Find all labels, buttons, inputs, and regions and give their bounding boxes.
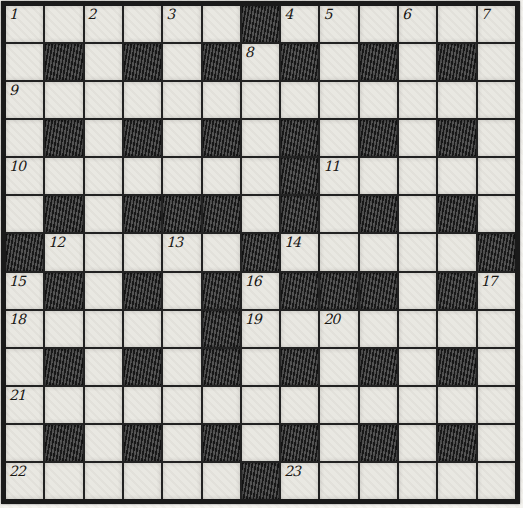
black-cell-r2c8 <box>281 44 318 80</box>
black-cell-r8c6 <box>203 273 240 309</box>
black-cell-r5c8 <box>281 158 318 194</box>
clue-number-17: 17 <box>481 273 497 290</box>
grid-cell-r5c10[interactable] <box>360 158 397 194</box>
grid-cell-r1c12[interactable] <box>438 6 475 42</box>
black-cell-r2c4 <box>124 44 161 80</box>
black-cell-r8c9 <box>320 273 357 309</box>
grid-cell-r5c11[interactable] <box>399 158 436 194</box>
grid-cell-r3c1[interactable]: 9 <box>6 82 43 118</box>
black-cell-r4c6 <box>203 120 240 156</box>
grid-cell-r5c6[interactable] <box>203 158 240 194</box>
black-cell-r4c12 <box>438 120 475 156</box>
grid-cell-r13c6[interactable] <box>203 463 240 499</box>
clue-number-2: 2 <box>88 6 96 23</box>
grid-cell-r2c13[interactable] <box>478 44 515 80</box>
grid-cell-r13c2[interactable] <box>45 463 82 499</box>
grid-cell-r11c7[interactable] <box>242 387 279 423</box>
grid-cell-r5c5[interactable] <box>163 158 200 194</box>
grid-cell-r13c1[interactable]: 22 <box>6 463 43 499</box>
clue-number-6: 6 <box>402 6 410 23</box>
grid-cell-r13c11[interactable] <box>399 463 436 499</box>
clue-number-19: 19 <box>245 311 261 328</box>
grid-cell-r10c5[interactable] <box>163 349 200 385</box>
black-cell-r10c4 <box>124 349 161 385</box>
grid-cell-r11c4[interactable] <box>124 387 161 423</box>
grid-cell-r9c8[interactable] <box>281 311 318 347</box>
grid-cell-r2c11[interactable] <box>399 44 436 80</box>
grid-cell-r3c2[interactable] <box>45 82 82 118</box>
clue-number-23: 23 <box>284 463 300 480</box>
clue-number-3: 3 <box>166 6 174 23</box>
grid-cell-r5c2[interactable] <box>45 158 82 194</box>
black-cell-r7c1 <box>6 234 43 270</box>
black-cell-r8c12 <box>438 273 475 309</box>
grid-cell-r13c9[interactable] <box>320 463 357 499</box>
grid-cell-r3c6[interactable] <box>203 82 240 118</box>
black-cell-r4c10 <box>360 120 397 156</box>
grid-cell-r1c11[interactable]: 6 <box>399 6 436 42</box>
grid-cell-r8c5[interactable] <box>163 273 200 309</box>
clue-number-5: 5 <box>323 6 331 23</box>
grid-cell-r6c7[interactable] <box>242 196 279 232</box>
grid-cell-r9c11[interactable] <box>399 311 436 347</box>
black-cell-r12c2 <box>45 425 82 461</box>
clue-number-20: 20 <box>323 311 339 328</box>
crossword-board: 1234567891011121314151617181920212223 <box>1 1 520 504</box>
grid-cell-r10c9[interactable] <box>320 349 357 385</box>
grid-cell-r9c9[interactable]: 20 <box>320 311 357 347</box>
grid-cell-r12c13[interactable] <box>478 425 515 461</box>
black-cell-r4c8 <box>281 120 318 156</box>
black-cell-r6c4 <box>124 196 161 232</box>
grid-cell-r1c10[interactable] <box>360 6 397 42</box>
black-cell-r12c8 <box>281 425 318 461</box>
grid-cell-r1c6[interactable] <box>203 6 240 42</box>
grid-cell-r3c7[interactable] <box>242 82 279 118</box>
grid-cell-r9c2[interactable] <box>45 311 82 347</box>
grid-cell-r7c11[interactable] <box>399 234 436 270</box>
grid-cell-r11c9[interactable] <box>320 387 357 423</box>
grid-cell-r8c11[interactable] <box>399 273 436 309</box>
black-cell-r9c6 <box>203 311 240 347</box>
clue-number-1: 1 <box>9 6 17 23</box>
black-cell-r12c12 <box>438 425 475 461</box>
grid-cell-r12c9[interactable] <box>320 425 357 461</box>
grid-cell-r4c11[interactable] <box>399 120 436 156</box>
clue-number-21: 21 <box>9 387 25 404</box>
grid-cell-r3c3[interactable] <box>85 82 122 118</box>
grid-cell-r4c13[interactable] <box>478 120 515 156</box>
grid-cell-r1c4[interactable] <box>124 6 161 42</box>
grid-cell-r11c11[interactable] <box>399 387 436 423</box>
grid-cell-r4c3[interactable] <box>85 120 122 156</box>
grid-cell-r1c3[interactable]: 2 <box>85 6 122 42</box>
grid-cell-r11c12[interactable] <box>438 387 475 423</box>
black-cell-r2c6 <box>203 44 240 80</box>
black-cell-r6c5 <box>163 196 200 232</box>
grid-cell-r1c9[interactable]: 5 <box>320 6 357 42</box>
grid-cell-r3c10[interactable] <box>360 82 397 118</box>
black-cell-r6c2 <box>45 196 82 232</box>
grid-cell-r11c2[interactable] <box>45 387 82 423</box>
black-cell-r6c8 <box>281 196 318 232</box>
grid-cell-r9c4[interactable] <box>124 311 161 347</box>
grid-cell-r7c9[interactable] <box>320 234 357 270</box>
clue-number-7: 7 <box>481 6 489 23</box>
grid-cell-r2c7[interactable]: 8 <box>242 44 279 80</box>
grid-cell-r1c2[interactable] <box>45 6 82 42</box>
black-cell-r2c10 <box>360 44 397 80</box>
grid-cell-r9c5[interactable] <box>163 311 200 347</box>
clue-number-12: 12 <box>48 234 64 251</box>
black-cell-r6c10 <box>360 196 397 232</box>
grid-cell-r11c8[interactable] <box>281 387 318 423</box>
black-cell-r4c2 <box>45 120 82 156</box>
grid-cell-r11c3[interactable] <box>85 387 122 423</box>
grid-cell-r5c12[interactable] <box>438 158 475 194</box>
grid-cell-r3c11[interactable] <box>399 82 436 118</box>
grid-cell-r2c9[interactable] <box>320 44 357 80</box>
grid-cell-r6c9[interactable] <box>320 196 357 232</box>
grid-cell-r11c6[interactable] <box>203 387 240 423</box>
scanned-paper-background: 1234567891011121314151617181920212223 <box>0 0 523 508</box>
grid-cell-r13c10[interactable] <box>360 463 397 499</box>
grid-cell-r13c12[interactable] <box>438 463 475 499</box>
grid-cell-r4c9[interactable] <box>320 120 357 156</box>
black-cell-r10c8 <box>281 349 318 385</box>
grid-cell-r10c7[interactable] <box>242 349 279 385</box>
grid-cell-r7c12[interactable] <box>438 234 475 270</box>
black-cell-r10c12 <box>438 349 475 385</box>
black-cell-r2c12 <box>438 44 475 80</box>
grid-cell-r3c9[interactable] <box>320 82 357 118</box>
grid-cell-r13c3[interactable] <box>85 463 122 499</box>
grid-cell-r10c3[interactable] <box>85 349 122 385</box>
grid-cell-r7c10[interactable] <box>360 234 397 270</box>
clue-number-11: 11 <box>323 158 339 175</box>
grid-cell-r12c5[interactable] <box>163 425 200 461</box>
grid-cell-r9c7[interactable]: 19 <box>242 311 279 347</box>
grid-cell-r9c12[interactable] <box>438 311 475 347</box>
clue-number-9: 9 <box>9 82 17 99</box>
grid-cell-r11c5[interactable] <box>163 387 200 423</box>
grid-cell-r9c1[interactable]: 18 <box>6 311 43 347</box>
grid-cell-r10c1[interactable] <box>6 349 43 385</box>
black-cell-r13c7 <box>242 463 279 499</box>
grid-cell-r1c8[interactable]: 4 <box>281 6 318 42</box>
grid-cell-r12c7[interactable] <box>242 425 279 461</box>
grid-cell-r4c7[interactable] <box>242 120 279 156</box>
grid-cell-r11c1[interactable]: 21 <box>6 387 43 423</box>
grid-cell-r5c9[interactable]: 11 <box>320 158 357 194</box>
black-cell-r2c2 <box>45 44 82 80</box>
grid-cell-r12c11[interactable] <box>399 425 436 461</box>
clue-number-8: 8 <box>245 44 253 61</box>
grid-cell-r7c6[interactable] <box>203 234 240 270</box>
grid-cell-r2c3[interactable] <box>85 44 122 80</box>
clue-number-22: 22 <box>9 463 25 480</box>
black-cell-r8c10 <box>360 273 397 309</box>
black-cell-r6c12 <box>438 196 475 232</box>
grid-cell-r8c1[interactable]: 15 <box>6 273 43 309</box>
grid-cell-r9c3[interactable] <box>85 311 122 347</box>
black-cell-r8c8 <box>281 273 318 309</box>
clue-number-4: 4 <box>284 6 292 23</box>
clue-number-18: 18 <box>9 311 25 328</box>
grid-cell-r13c5[interactable] <box>163 463 200 499</box>
grid-cell-r8c13[interactable]: 17 <box>478 273 515 309</box>
grid-cell-r6c3[interactable] <box>85 196 122 232</box>
black-cell-r1c7 <box>242 6 279 42</box>
black-cell-r12c10 <box>360 425 397 461</box>
grid-cell-r13c13[interactable] <box>478 463 515 499</box>
grid-cell-r3c12[interactable] <box>438 82 475 118</box>
grid-cell-r5c3[interactable] <box>85 158 122 194</box>
black-cell-r10c10 <box>360 349 397 385</box>
grid-cell-r3c13[interactable] <box>478 82 515 118</box>
grid-cell-r3c5[interactable] <box>163 82 200 118</box>
grid-cell-r1c5[interactable]: 3 <box>163 6 200 42</box>
grid-cell-r8c3[interactable] <box>85 273 122 309</box>
grid-cell-r8c7[interactable]: 16 <box>242 273 279 309</box>
grid-cell-r5c7[interactable] <box>242 158 279 194</box>
grid-cell-r9c13[interactable] <box>478 311 515 347</box>
grid-cell-r11c13[interactable] <box>478 387 515 423</box>
grid-cell-r5c1[interactable]: 10 <box>6 158 43 194</box>
grid-cell-r6c1[interactable] <box>6 196 43 232</box>
clue-number-16: 16 <box>245 273 261 290</box>
grid-cell-r11c10[interactable] <box>360 387 397 423</box>
grid-cell-r13c8[interactable]: 23 <box>281 463 318 499</box>
grid-cell-r5c13[interactable] <box>478 158 515 194</box>
clue-number-13: 13 <box>166 234 182 251</box>
grid-cell-r7c3[interactable] <box>85 234 122 270</box>
clue-number-10: 10 <box>9 158 25 175</box>
grid-cell-r12c3[interactable] <box>85 425 122 461</box>
grid-cell-r6c11[interactable] <box>399 196 436 232</box>
grid-cell-r10c13[interactable] <box>478 349 515 385</box>
black-cell-r8c2 <box>45 273 82 309</box>
grid-cell-r7c2[interactable]: 12 <box>45 234 82 270</box>
grid-cell-r6c13[interactable] <box>478 196 515 232</box>
grid-cell-r13c4[interactable] <box>124 463 161 499</box>
black-cell-r10c2 <box>45 349 82 385</box>
clue-number-15: 15 <box>9 273 25 290</box>
grid-cell-r4c5[interactable] <box>163 120 200 156</box>
black-cell-r12c4 <box>124 425 161 461</box>
grid-cell-r2c1[interactable] <box>6 44 43 80</box>
grid-cell-r3c8[interactable] <box>281 82 318 118</box>
black-cell-r7c13 <box>478 234 515 270</box>
grid-cell-r7c5[interactable]: 13 <box>163 234 200 270</box>
grid-cell-r4c1[interactable] <box>6 120 43 156</box>
grid-cell-r12c1[interactable] <box>6 425 43 461</box>
black-cell-r10c6 <box>203 349 240 385</box>
grid-cell-r3c4[interactable] <box>124 82 161 118</box>
black-cell-r8c4 <box>124 273 161 309</box>
grid-cell-r1c13[interactable]: 7 <box>478 6 515 42</box>
black-cell-r4c4 <box>124 120 161 156</box>
grid-cell-r2c5[interactable] <box>163 44 200 80</box>
black-cell-r7c7 <box>242 234 279 270</box>
grid-cell-r1c1[interactable]: 1 <box>6 6 43 42</box>
grid-cell-r9c10[interactable] <box>360 311 397 347</box>
black-cell-r6c6 <box>203 196 240 232</box>
black-cell-r12c6 <box>203 425 240 461</box>
grid-cell-r7c4[interactable] <box>124 234 161 270</box>
clue-number-14: 14 <box>284 234 300 251</box>
grid-cell-r7c8[interactable]: 14 <box>281 234 318 270</box>
grid-cell-r10c11[interactable] <box>399 349 436 385</box>
grid-cell-r5c4[interactable] <box>124 158 161 194</box>
